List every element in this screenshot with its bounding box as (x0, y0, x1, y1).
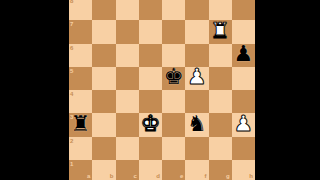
square-c7[interactable] (116, 20, 139, 43)
rank-label-7: 7 (70, 21, 73, 27)
square-d8[interactable] (139, 0, 162, 20)
rank-label-1: 1 (70, 161, 73, 167)
square-c3[interactable] (116, 113, 139, 136)
square-d1[interactable]: d (139, 160, 162, 180)
black-knight-on-f3[interactable]: ♞ (187, 113, 207, 135)
white-king-on-d3[interactable]: ♚ (141, 113, 161, 135)
square-b6[interactable] (92, 44, 115, 67)
rank-label-5: 5 (70, 68, 73, 74)
square-e1[interactable]: e (162, 160, 185, 180)
square-a6[interactable]: 6 (69, 44, 92, 67)
square-g4[interactable] (209, 90, 232, 113)
square-d2[interactable] (139, 137, 162, 160)
square-h8[interactable] (232, 0, 255, 20)
square-b5[interactable] (92, 67, 115, 90)
square-a8[interactable]: 8 (69, 0, 92, 20)
square-b4[interactable] (92, 90, 115, 113)
square-f6[interactable] (185, 44, 208, 67)
square-e6[interactable] (162, 44, 185, 67)
square-e3[interactable] (162, 113, 185, 136)
square-e8[interactable] (162, 0, 185, 20)
file-label-d: d (156, 173, 160, 179)
square-a3[interactable]: 3♜ (69, 113, 92, 136)
square-e2[interactable] (162, 137, 185, 160)
square-f4[interactable] (185, 90, 208, 113)
square-b7[interactable] (92, 20, 115, 43)
square-f2[interactable] (185, 137, 208, 160)
square-a2[interactable]: 2 (69, 137, 92, 160)
rank-label-6: 6 (70, 45, 73, 51)
white-pawn-on-h3[interactable]: ♟ (234, 113, 254, 135)
square-e7[interactable] (162, 20, 185, 43)
file-label-a: a (87, 173, 90, 179)
white-pawn-on-f5[interactable]: ♟ (187, 66, 207, 88)
square-d5[interactable] (139, 67, 162, 90)
file-label-h: h (249, 173, 253, 179)
white-rook-on-g7[interactable]: ♜ (210, 20, 230, 42)
letterboxed-stage: 87♜6♟5♚♟43♜♚♞♟21abcdefgh (0, 0, 320, 180)
square-c1[interactable]: c (116, 160, 139, 180)
square-c2[interactable] (116, 137, 139, 160)
rank-label-4: 4 (70, 91, 73, 97)
square-g2[interactable] (209, 137, 232, 160)
square-b1[interactable]: b (92, 160, 115, 180)
square-e4[interactable] (162, 90, 185, 113)
square-a5[interactable]: 5 (69, 67, 92, 90)
square-h7[interactable] (232, 20, 255, 43)
square-f3[interactable]: ♞ (185, 113, 208, 136)
square-h5[interactable] (232, 67, 255, 90)
square-d4[interactable] (139, 90, 162, 113)
file-label-g: g (226, 173, 230, 179)
square-f1[interactable]: f (185, 160, 208, 180)
square-d3[interactable]: ♚ (139, 113, 162, 136)
square-h4[interactable] (232, 90, 255, 113)
square-b3[interactable] (92, 113, 115, 136)
square-b8[interactable] (92, 0, 115, 20)
black-pawn-on-h6[interactable]: ♟ (234, 43, 254, 65)
square-c6[interactable] (116, 44, 139, 67)
square-c8[interactable] (116, 0, 139, 20)
rank-label-8: 8 (70, 0, 73, 4)
square-g6[interactable] (209, 44, 232, 67)
square-c5[interactable] (116, 67, 139, 90)
chess-board: 87♜6♟5♚♟43♜♚♞♟21abcdefgh (69, 0, 255, 180)
rank-label-2: 2 (70, 138, 73, 144)
square-f5[interactable]: ♟ (185, 67, 208, 90)
file-label-b: b (110, 173, 114, 179)
square-a1[interactable]: 1a (69, 160, 92, 180)
square-h2[interactable] (232, 137, 255, 160)
square-f8[interactable] (185, 0, 208, 20)
square-d7[interactable] (139, 20, 162, 43)
square-a7[interactable]: 7 (69, 20, 92, 43)
square-c4[interactable] (116, 90, 139, 113)
square-a4[interactable]: 4 (69, 90, 92, 113)
square-b2[interactable] (92, 137, 115, 160)
black-king-on-e5[interactable]: ♚ (164, 66, 184, 88)
square-d6[interactable] (139, 44, 162, 67)
square-h1[interactable]: h (232, 160, 255, 180)
square-g1[interactable]: g (209, 160, 232, 180)
square-e5[interactable]: ♚ (162, 67, 185, 90)
file-label-f: f (205, 173, 207, 179)
file-label-c: c (133, 173, 136, 179)
square-g7[interactable]: ♜ (209, 20, 232, 43)
square-h3[interactable]: ♟ (232, 113, 255, 136)
square-f7[interactable] (185, 20, 208, 43)
black-rook-on-a3[interactable]: ♜ (71, 113, 91, 135)
file-label-e: e (180, 173, 183, 179)
square-g5[interactable] (209, 67, 232, 90)
square-h6[interactable]: ♟ (232, 44, 255, 67)
square-g3[interactable] (209, 113, 232, 136)
